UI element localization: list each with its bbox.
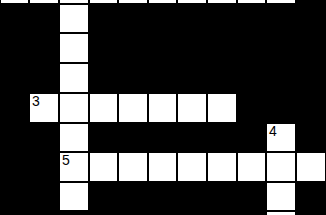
cell-r4c4[interactable] (118, 93, 148, 123)
cell-r7c9[interactable] (266, 182, 296, 211)
cell-r0c5[interactable] (148, 0, 177, 4)
cell-r6c2[interactable]: 5 (59, 152, 89, 182)
cell-r8c9[interactable] (266, 211, 296, 215)
cell-r0c7[interactable] (207, 0, 237, 4)
cell-r6c8[interactable] (237, 152, 266, 182)
cell-r3c2[interactable] (59, 63, 89, 93)
cell-r4c6[interactable] (177, 93, 207, 123)
cell-r6c9[interactable] (266, 152, 296, 182)
cell-r0c0[interactable] (0, 0, 29, 4)
crossword-board: 345 (0, 0, 326, 215)
cell-r4c3[interactable] (89, 93, 118, 123)
cell-r5c9[interactable]: 4 (266, 123, 296, 152)
cell-r6c10[interactable] (296, 152, 326, 182)
cell-r0c6[interactable] (177, 0, 207, 4)
clue-number-5: 5 (62, 153, 70, 167)
cell-r6c3[interactable] (89, 152, 118, 182)
cell-r6c6[interactable] (177, 152, 207, 182)
cell-r2c2[interactable] (59, 33, 89, 63)
cell-r4c1[interactable]: 3 (29, 93, 59, 123)
cell-r4c5[interactable] (148, 93, 177, 123)
cell-r4c2[interactable] (59, 93, 89, 123)
cell-r0c9[interactable] (266, 0, 296, 4)
cell-r1c2[interactable] (59, 4, 89, 33)
cell-r0c4[interactable] (118, 0, 148, 4)
cell-r6c5[interactable] (148, 152, 177, 182)
cell-r6c7[interactable] (207, 152, 237, 182)
cell-r0c1[interactable] (29, 0, 59, 4)
clue-number-3: 3 (32, 94, 40, 108)
cell-r4c7[interactable] (207, 93, 237, 123)
cell-r7c2[interactable] (59, 182, 89, 211)
cell-r0c8[interactable] (237, 0, 266, 4)
cell-r0c3[interactable] (89, 0, 118, 4)
clue-number-4: 4 (269, 124, 277, 138)
cell-r5c2[interactable] (59, 123, 89, 152)
cell-r6c4[interactable] (118, 152, 148, 182)
